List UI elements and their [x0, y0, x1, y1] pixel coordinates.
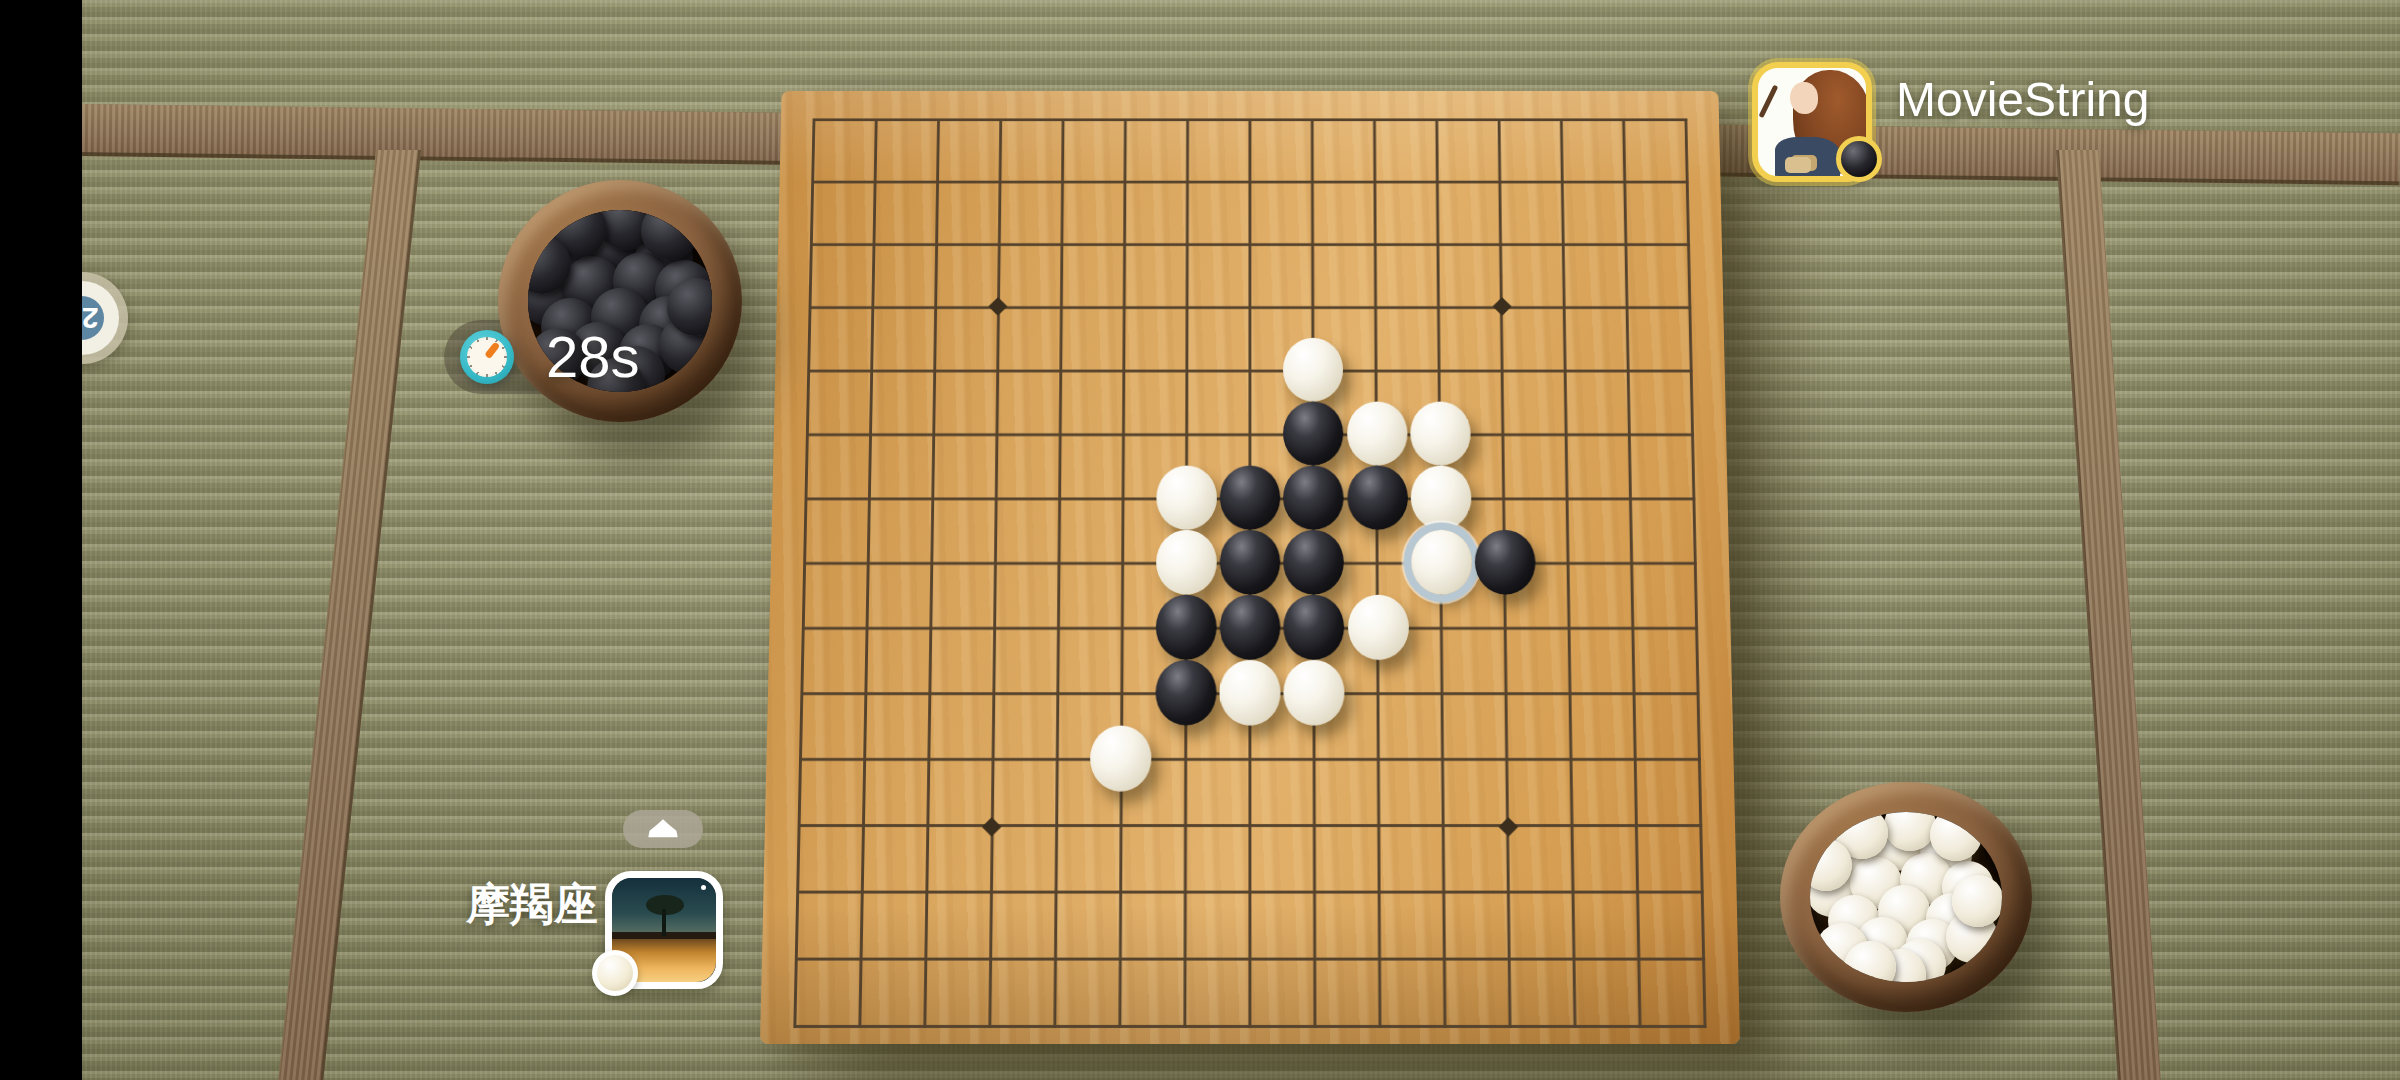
white-stone [1347, 401, 1408, 465]
white-stone [1156, 465, 1217, 529]
black-stone [1475, 530, 1536, 595]
white-stone [1090, 726, 1152, 792]
game-screen: 28s 22 MovieString 摩羯座 [0, 0, 2400, 1080]
white-stone [1347, 595, 1408, 660]
black-stone [1283, 465, 1344, 529]
black-stone [1283, 401, 1343, 465]
timer-value: 28s [546, 322, 640, 392]
hoshi-point [1499, 817, 1519, 836]
cloud-icon [647, 818, 679, 840]
board-grid[interactable] [793, 118, 1706, 1028]
hoshi-point [988, 298, 1007, 316]
black-stone [1283, 530, 1344, 595]
black-stone [1284, 595, 1345, 660]
white-stone [1156, 530, 1217, 595]
white-stone-last-move [1411, 530, 1472, 595]
black-stone [1347, 465, 1408, 529]
player-name-top: MovieString [1896, 72, 2149, 128]
white-stone-bowl [1780, 782, 2032, 1012]
black-stone [1155, 660, 1216, 726]
player-name-bottom: 摩羯座 [408, 878, 598, 930]
gomoku-board [760, 91, 1740, 1044]
player-avatar-top[interactable] [1752, 62, 1872, 182]
white-stone [1283, 337, 1343, 401]
white-stone-badge-icon [592, 950, 638, 996]
white-stone [1284, 660, 1345, 726]
white-stone [1410, 465, 1471, 529]
bowl-stone [1930, 812, 1982, 861]
thinking-bubble [623, 810, 703, 848]
clock-icon [460, 330, 514, 384]
player-avatar-bottom[interactable] [605, 871, 723, 989]
hoshi-point [1493, 298, 1512, 316]
black-stone [1220, 465, 1281, 529]
black-stone [1155, 595, 1216, 660]
white-bowl-stones [1810, 812, 2002, 982]
black-stone [1220, 595, 1281, 660]
black-stone [1220, 530, 1281, 595]
hoshi-point [982, 817, 1002, 836]
white-stone [1410, 401, 1471, 465]
black-stone-badge-icon [1836, 136, 1882, 182]
white-stone [1219, 660, 1280, 726]
bowl-stone [1952, 875, 2002, 927]
screen-letterbox-bar [0, 0, 82, 1080]
